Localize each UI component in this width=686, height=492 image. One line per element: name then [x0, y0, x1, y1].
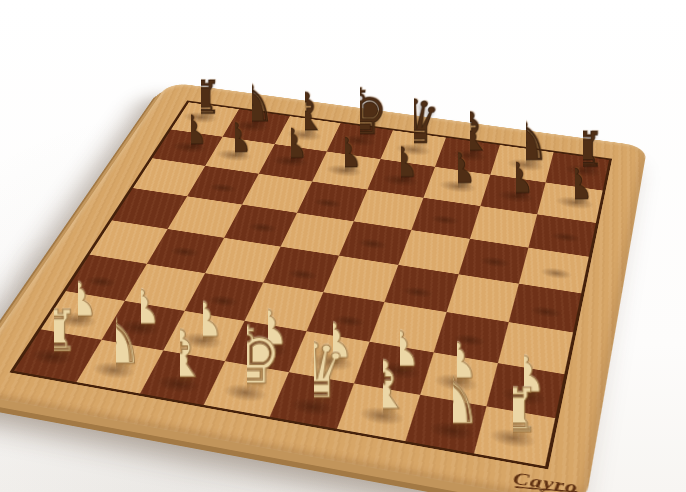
piece-dark-pawn-f7[interactable]: ♟: [440, 148, 478, 190]
piece-dark-pawn-c7[interactable]: ♟: [272, 124, 309, 165]
piece-light-knight-g1[interactable]: ♞: [421, 366, 483, 434]
piece-dark-pawn-e7[interactable]: ♟: [382, 142, 420, 183]
piece-dark-pawn-a7[interactable]: ♟: [172, 110, 209, 150]
piece-light-bishop-c1[interactable]: ♝: [150, 322, 210, 387]
board-frame: ♜♞♝♚♛♝♞♜♟♟♟♟♟♟♟♟♟♟♟♟♟♟♟♟♜♞♝♚♛♝♞♜ Cayro: [0, 82, 647, 492]
piece-light-king-d1[interactable]: ♚: [211, 317, 283, 396]
piece-light-rook-a1[interactable]: ♜: [27, 303, 79, 360]
piece-light-knight-b1[interactable]: ♞: [86, 309, 145, 373]
brand-logo: Cayro: [511, 469, 579, 492]
board-3d-wrapper: ♜♞♝♚♛♝♞♜♟♟♟♟♟♟♟♟♟♟♟♟♟♟♟♟♜♞♝♚♛♝♞♜ Cayro: [0, 82, 647, 492]
piece-dark-pawn-d7[interactable]: ♟: [326, 133, 364, 174]
piece-light-rook-h1[interactable]: ♜: [486, 380, 542, 441]
piece-light-queen-e1[interactable]: ♛: [279, 335, 348, 411]
piece-dark-pawn-b7[interactable]: ♟: [217, 118, 254, 158]
piece-dark-pawn-g7[interactable]: ♟: [497, 157, 535, 199]
piece-light-bishop-f1[interactable]: ♝: [353, 352, 414, 419]
product-photo-stage: ♜♞♝♚♛♝♞♜♟♟♟♟♟♟♟♟♟♟♟♟♟♟♟♟♜♞♝♚♛♝♞♜ Cayro: [0, 0, 686, 492]
piece-dark-pawn-h7[interactable]: ♟: [556, 164, 595, 206]
